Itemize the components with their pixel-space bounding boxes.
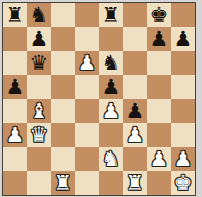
square-d6[interactable]: ♟: [75, 51, 99, 75]
square-e3[interactable]: [99, 123, 123, 147]
square-f4[interactable]: ♟: [123, 99, 147, 123]
square-c3[interactable]: [51, 123, 75, 147]
square-f8[interactable]: [123, 3, 147, 27]
square-e2[interactable]: ♞: [99, 147, 123, 171]
square-h7[interactable]: ♟: [171, 27, 195, 51]
square-e1[interactable]: [99, 171, 123, 195]
chess-board: ♜♞♜♚♟♟♟♛♟♞♟♟♝♟♟♟♛♟♞♟♟♜♜♚: [2, 2, 196, 196]
square-c6[interactable]: [51, 51, 75, 75]
square-h3[interactable]: [171, 123, 195, 147]
square-d8[interactable]: [75, 3, 99, 27]
square-g3[interactable]: [147, 123, 171, 147]
square-b6[interactable]: ♛: [27, 51, 51, 75]
square-h4[interactable]: [171, 99, 195, 123]
square-c5[interactable]: [51, 75, 75, 99]
square-h2[interactable]: ♟: [171, 147, 195, 171]
piece-black-pawn-g7[interactable]: ♟: [150, 27, 169, 51]
piece-white-pawn-f3[interactable]: ♟: [126, 123, 145, 147]
square-h6[interactable]: [171, 51, 195, 75]
piece-black-pawn-e5[interactable]: ♟: [102, 75, 121, 99]
square-b7[interactable]: ♟: [27, 27, 51, 51]
chess-diagram: ♜♞♜♚♟♟♟♛♟♞♟♟♝♟♟♟♛♟♞♟♟♜♜♚: [0, 0, 202, 197]
piece-black-knight-e6[interactable]: ♞: [102, 51, 121, 75]
piece-white-bishop-b4[interactable]: ♝: [30, 99, 49, 123]
square-h1[interactable]: ♚: [171, 171, 195, 195]
square-b8[interactable]: ♞: [27, 3, 51, 27]
square-c2[interactable]: [51, 147, 75, 171]
square-c4[interactable]: [51, 99, 75, 123]
square-g7[interactable]: ♟: [147, 27, 171, 51]
piece-black-pawn-h7[interactable]: ♟: [174, 27, 193, 51]
square-c8[interactable]: [51, 3, 75, 27]
square-f3[interactable]: ♟: [123, 123, 147, 147]
square-e7[interactable]: [99, 27, 123, 51]
square-g4[interactable]: [147, 99, 171, 123]
square-d3[interactable]: [75, 123, 99, 147]
square-b5[interactable]: [27, 75, 51, 99]
square-g8[interactable]: ♚: [147, 3, 171, 27]
square-f7[interactable]: [123, 27, 147, 51]
square-g1[interactable]: [147, 171, 171, 195]
piece-white-rook-c1[interactable]: ♜: [54, 171, 73, 195]
square-a8[interactable]: ♜: [3, 3, 27, 27]
square-a6[interactable]: [3, 51, 27, 75]
piece-white-knight-e2[interactable]: ♞: [102, 147, 121, 171]
square-e8[interactable]: ♜: [99, 3, 123, 27]
square-h5[interactable]: [171, 75, 195, 99]
piece-black-rook-e8[interactable]: ♜: [102, 3, 121, 27]
piece-white-pawn-d6[interactable]: ♟: [78, 51, 97, 75]
piece-white-pawn-a3[interactable]: ♟: [6, 123, 25, 147]
piece-white-pawn-g2[interactable]: ♟: [150, 147, 169, 171]
square-f6[interactable]: [123, 51, 147, 75]
square-h8[interactable]: [171, 3, 195, 27]
square-a2[interactable]: [3, 147, 27, 171]
square-b1[interactable]: [27, 171, 51, 195]
piece-black-rook-a8[interactable]: ♜: [6, 3, 25, 27]
square-c1[interactable]: ♜: [51, 171, 75, 195]
square-e6[interactable]: ♞: [99, 51, 123, 75]
square-e5[interactable]: ♟: [99, 75, 123, 99]
piece-white-queen-b3[interactable]: ♛: [30, 123, 49, 147]
piece-white-king-h1[interactable]: ♚: [174, 171, 193, 195]
piece-black-pawn-b7[interactable]: ♟: [30, 27, 49, 51]
square-f1[interactable]: ♜: [123, 171, 147, 195]
square-d1[interactable]: [75, 171, 99, 195]
piece-black-knight-b8[interactable]: ♞: [30, 3, 49, 27]
square-d4[interactable]: [75, 99, 99, 123]
square-f5[interactable]: [123, 75, 147, 99]
square-g2[interactable]: ♟: [147, 147, 171, 171]
square-c7[interactable]: [51, 27, 75, 51]
square-d5[interactable]: [75, 75, 99, 99]
square-a4[interactable]: [3, 99, 27, 123]
square-b3[interactable]: ♛: [27, 123, 51, 147]
square-g6[interactable]: [147, 51, 171, 75]
square-g5[interactable]: [147, 75, 171, 99]
piece-black-pawn-a5[interactable]: ♟: [6, 75, 25, 99]
square-a1[interactable]: [3, 171, 27, 195]
piece-black-pawn-f4[interactable]: ♟: [126, 99, 145, 123]
piece-black-king-g8[interactable]: ♚: [150, 3, 169, 27]
square-d2[interactable]: [75, 147, 99, 171]
square-a7[interactable]: [3, 27, 27, 51]
square-a3[interactable]: ♟: [3, 123, 27, 147]
piece-white-pawn-e4[interactable]: ♟: [102, 99, 121, 123]
square-b4[interactable]: ♝: [27, 99, 51, 123]
piece-white-pawn-h2[interactable]: ♟: [174, 147, 193, 171]
square-e4[interactable]: ♟: [99, 99, 123, 123]
piece-black-queen-b6[interactable]: ♛: [30, 51, 49, 75]
piece-white-rook-f1[interactable]: ♜: [126, 171, 145, 195]
square-b2[interactable]: [27, 147, 51, 171]
square-a5[interactable]: ♟: [3, 75, 27, 99]
square-f2[interactable]: [123, 147, 147, 171]
square-d7[interactable]: [75, 27, 99, 51]
